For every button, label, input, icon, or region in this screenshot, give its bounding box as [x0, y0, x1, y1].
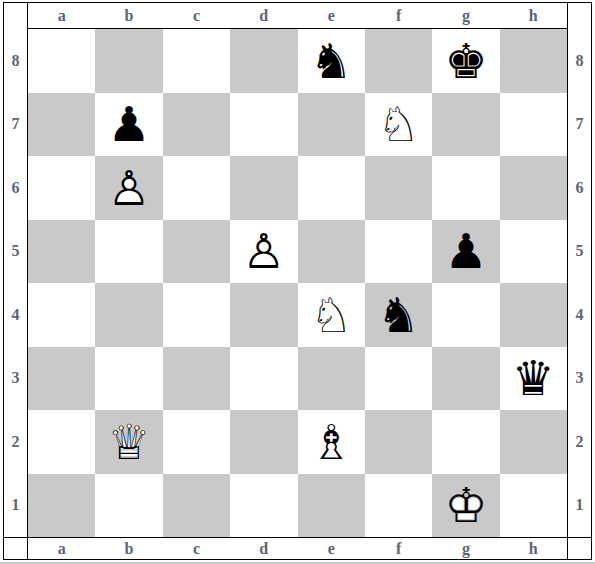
piece-white-queen-b2[interactable]: ♛♕ — [108, 418, 151, 466]
corner-top-left — [4, 3, 28, 29]
piece-black-queen-h3[interactable]: ♛ — [512, 354, 555, 402]
rank-label-right-1: 1 — [567, 474, 591, 538]
square-f7[interactable]: ♞♘ — [365, 93, 432, 157]
square-g8[interactable]: ♚ — [432, 29, 499, 93]
square-g1[interactable]: ♚♔ — [432, 474, 499, 538]
rank-label-left-4-text: 4 — [12, 306, 20, 324]
square-g4[interactable] — [432, 283, 499, 347]
square-b2[interactable]: ♛♕ — [95, 410, 162, 474]
file-label-top-g-text: g — [462, 7, 470, 25]
square-f2[interactable] — [365, 410, 432, 474]
square-f5[interactable] — [365, 220, 432, 284]
square-h4[interactable] — [500, 283, 567, 347]
square-d8[interactable] — [230, 29, 297, 93]
board-frame: abcdefgh8♞♚87♟♞♘76♟♙65♟♙♟54♞♘♞43♛32♛♕♝♗2… — [3, 2, 592, 560]
file-label-bottom-b-text: b — [125, 540, 134, 558]
piece-black-pawn-b7[interactable]: ♟ — [108, 100, 151, 148]
file-label-bottom-c: c — [163, 537, 230, 559]
rank-label-right-8-text: 8 — [576, 52, 584, 70]
file-label-bottom-d-text: d — [259, 540, 268, 558]
file-label-top-d-text: d — [259, 7, 268, 25]
corner-top-right — [567, 3, 591, 29]
file-label-top-f: f — [365, 3, 432, 29]
file-label-top-b-text: b — [125, 7, 134, 25]
rank-label-left-7: 7 — [4, 93, 28, 157]
square-h3[interactable]: ♛ — [500, 347, 567, 411]
square-d1[interactable] — [230, 474, 297, 538]
file-label-top-b: b — [95, 3, 162, 29]
square-a4[interactable] — [28, 283, 95, 347]
file-label-top-e: e — [298, 3, 365, 29]
file-label-top-d: d — [230, 3, 297, 29]
black-knight-icon: ♞ — [377, 287, 420, 343]
square-f3[interactable] — [365, 347, 432, 411]
square-b1[interactable] — [95, 474, 162, 538]
piece-black-king-g8[interactable]: ♚ — [444, 37, 487, 85]
rank-label-right-6-text: 6 — [576, 179, 584, 197]
rank-label-right-3-text: 3 — [576, 369, 584, 387]
square-e6[interactable] — [298, 156, 365, 220]
black-pawn-icon: ♟ — [444, 223, 487, 279]
white-queen-icon: ♕ — [108, 414, 151, 470]
square-g2[interactable] — [432, 410, 499, 474]
white-pawn-icon: ♙ — [242, 223, 285, 279]
file-label-top-h: h — [500, 3, 567, 29]
rank-label-right-1-text: 1 — [576, 496, 584, 514]
rank-label-right-2: 2 — [567, 410, 591, 474]
square-f1[interactable] — [365, 474, 432, 538]
file-label-bottom-a-text: a — [58, 540, 66, 558]
piece-black-knight-f4[interactable]: ♞ — [377, 291, 420, 339]
rank-label-right-7-text: 7 — [576, 115, 584, 133]
file-label-bottom-c-text: c — [193, 540, 200, 558]
file-label-top-c: c — [163, 3, 230, 29]
square-h7[interactable] — [500, 93, 567, 157]
rank-label-right-3: 3 — [567, 347, 591, 411]
file-label-top-h-text: h — [529, 7, 538, 25]
square-g3[interactable] — [432, 347, 499, 411]
rank-label-right-7: 7 — [567, 93, 591, 157]
file-label-bottom-d: d — [230, 537, 297, 559]
square-c2[interactable] — [163, 410, 230, 474]
square-c8[interactable] — [163, 29, 230, 93]
rank-label-left-6: 6 — [4, 156, 28, 220]
square-a6[interactable] — [28, 156, 95, 220]
square-h2[interactable] — [500, 410, 567, 474]
square-f4[interactable]: ♞ — [365, 283, 432, 347]
black-queen-icon: ♛ — [512, 350, 555, 406]
file-label-top-e-text: e — [328, 7, 335, 25]
square-d4[interactable] — [230, 283, 297, 347]
square-a8[interactable] — [28, 29, 95, 93]
rank-label-right-5: 5 — [567, 220, 591, 284]
square-h5[interactable] — [500, 220, 567, 284]
square-d7[interactable] — [230, 93, 297, 157]
square-a5[interactable] — [28, 220, 95, 284]
square-c3[interactable] — [163, 347, 230, 411]
piece-black-knight-e8[interactable]: ♞ — [310, 37, 353, 85]
piece-black-pawn-g5[interactable]: ♟ — [444, 227, 487, 275]
square-a7[interactable] — [28, 93, 95, 157]
file-label-bottom-a: a — [28, 537, 95, 559]
square-b4[interactable] — [95, 283, 162, 347]
piece-white-king-g1[interactable]: ♚♔ — [444, 481, 487, 529]
square-b3[interactable] — [95, 347, 162, 411]
square-e2[interactable]: ♝♗ — [298, 410, 365, 474]
rank-label-right-2-text: 2 — [576, 433, 584, 451]
file-label-top-c-text: c — [193, 7, 200, 25]
square-b6[interactable]: ♟♙ — [95, 156, 162, 220]
square-b8[interactable] — [95, 29, 162, 93]
square-a3[interactable] — [28, 347, 95, 411]
square-c5[interactable] — [163, 220, 230, 284]
piece-white-pawn-d5[interactable]: ♟♙ — [242, 227, 285, 275]
rank-label-left-2-text: 2 — [12, 433, 20, 451]
rank-label-right-4-text: 4 — [576, 306, 584, 324]
rank-label-right-4: 4 — [567, 283, 591, 347]
square-e5[interactable] — [298, 220, 365, 284]
square-h8[interactable] — [500, 29, 567, 93]
corner-bottom-right — [567, 537, 591, 559]
rank-label-left-1: 1 — [4, 474, 28, 538]
square-a2[interactable] — [28, 410, 95, 474]
square-c1[interactable] — [163, 474, 230, 538]
file-label-bottom-g: g — [432, 537, 499, 559]
corner-bottom-left — [4, 537, 28, 559]
file-label-top-g: g — [432, 3, 499, 29]
square-a1[interactable] — [28, 474, 95, 538]
square-h6[interactable] — [500, 156, 567, 220]
black-king-icon: ♚ — [444, 33, 487, 89]
square-b7[interactable]: ♟ — [95, 93, 162, 157]
file-label-bottom-e: e — [298, 537, 365, 559]
black-pawn-icon: ♟ — [108, 96, 151, 152]
white-knight-icon: ♘ — [310, 287, 353, 343]
file-label-bottom-g-text: g — [462, 540, 470, 558]
rank-label-right-6: 6 — [567, 156, 591, 220]
rank-label-left-8-text: 8 — [12, 52, 20, 70]
square-h1[interactable] — [500, 474, 567, 538]
rank-label-left-5: 5 — [4, 220, 28, 284]
piece-white-pawn-b6[interactable]: ♟♙ — [108, 164, 151, 212]
rank-label-right-8: 8 — [567, 29, 591, 93]
black-knight-icon: ♞ — [310, 33, 353, 89]
file-label-bottom-b: b — [95, 537, 162, 559]
square-c4[interactable] — [163, 283, 230, 347]
white-bishop-icon: ♗ — [310, 414, 353, 470]
square-e8[interactable]: ♞ — [298, 29, 365, 93]
file-label-bottom-e-text: e — [328, 540, 335, 558]
square-d6[interactable] — [230, 156, 297, 220]
square-e4[interactable]: ♞♘ — [298, 283, 365, 347]
file-label-bottom-h-text: h — [529, 540, 538, 558]
file-label-top-a-text: a — [58, 7, 66, 25]
square-e1[interactable] — [298, 474, 365, 538]
piece-white-bishop-e2[interactable]: ♝♗ — [310, 418, 353, 466]
rank-label-left-5-text: 5 — [12, 242, 20, 260]
square-b5[interactable] — [95, 220, 162, 284]
rank-label-left-1-text: 1 — [12, 496, 20, 514]
square-g5[interactable]: ♟ — [432, 220, 499, 284]
square-c6[interactable] — [163, 156, 230, 220]
square-d5[interactable]: ♟♙ — [230, 220, 297, 284]
file-label-bottom-h: h — [500, 537, 567, 559]
rank-label-left-7-text: 7 — [12, 115, 20, 133]
square-c7[interactable] — [163, 93, 230, 157]
rank-label-right-5-text: 5 — [576, 242, 584, 260]
rank-label-left-3: 3 — [4, 347, 28, 411]
square-f6[interactable] — [365, 156, 432, 220]
file-label-top-a: a — [28, 3, 95, 29]
square-e3[interactable] — [298, 347, 365, 411]
white-knight-icon: ♘ — [377, 96, 420, 152]
square-f8[interactable] — [365, 29, 432, 93]
rank-label-left-3-text: 3 — [12, 369, 20, 387]
square-d3[interactable] — [230, 347, 297, 411]
piece-white-knight-f7[interactable]: ♞♘ — [377, 100, 420, 148]
square-e7[interactable] — [298, 93, 365, 157]
file-label-top-f-text: f — [396, 7, 401, 25]
square-g7[interactable] — [432, 93, 499, 157]
file-label-bottom-f-text: f — [396, 540, 401, 558]
square-d2[interactable] — [230, 410, 297, 474]
chess-diagram-page: abcdefgh8♞♚87♟♞♘76♟♙65♟♙♟54♞♘♞43♛32♛♕♝♗2… — [0, 0, 595, 564]
rank-label-left-6-text: 6 — [12, 179, 20, 197]
white-pawn-icon: ♙ — [108, 160, 151, 216]
rank-label-left-2: 2 — [4, 410, 28, 474]
rank-label-left-8: 8 — [4, 29, 28, 93]
file-label-bottom-f: f — [365, 537, 432, 559]
white-king-icon: ♔ — [444, 477, 487, 533]
rank-label-left-4: 4 — [4, 283, 28, 347]
piece-white-knight-e4[interactable]: ♞♘ — [310, 291, 353, 339]
square-g6[interactable] — [432, 156, 499, 220]
